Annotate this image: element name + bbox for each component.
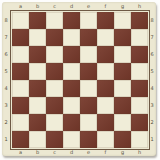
square-g2[interactable] (114, 114, 131, 131)
square-f6[interactable] (97, 46, 114, 63)
square-g4[interactable] (114, 80, 131, 97)
square-e5[interactable] (80, 63, 97, 80)
coord-label-file-g: g (114, 2, 131, 10)
coords-ranks-left: 87654321 (2, 12, 10, 148)
square-h2[interactable] (131, 114, 148, 131)
square-c7[interactable] (46, 29, 63, 46)
square-h1[interactable] (131, 131, 148, 148)
square-h5[interactable] (131, 63, 148, 80)
square-g5[interactable] (114, 63, 131, 80)
square-f5[interactable] (97, 63, 114, 80)
coord-label-file-a: a (12, 2, 29, 10)
square-b8[interactable] (29, 12, 46, 29)
square-c3[interactable] (46, 97, 63, 114)
square-b6[interactable] (29, 46, 46, 63)
coord-label-rank-6: 6 (2, 46, 10, 63)
square-a8[interactable] (12, 12, 29, 29)
square-g7[interactable] (114, 29, 131, 46)
square-b1[interactable] (29, 131, 46, 148)
square-a2[interactable] (12, 114, 29, 131)
coords-files-top: abcdefgh (12, 2, 148, 10)
coord-label-rank-8: 8 (2, 12, 10, 29)
square-e6[interactable] (80, 46, 97, 63)
square-a5[interactable] (12, 63, 29, 80)
square-b4[interactable] (29, 80, 46, 97)
coord-label-file-e: e (80, 2, 97, 10)
square-d4[interactable] (63, 80, 80, 97)
square-b2[interactable] (29, 114, 46, 131)
square-c8[interactable] (46, 12, 63, 29)
photo-background: abcdefgh abcdefgh 87654321 87654321 (0, 0, 160, 160)
coord-label-rank-5: 5 (2, 63, 10, 80)
square-h4[interactable] (131, 80, 148, 97)
square-c1[interactable] (46, 131, 63, 148)
square-f3[interactable] (97, 97, 114, 114)
square-h6[interactable] (131, 46, 148, 63)
square-f8[interactable] (97, 12, 114, 29)
square-a4[interactable] (12, 80, 29, 97)
square-d3[interactable] (63, 97, 80, 114)
square-g1[interactable] (114, 131, 131, 148)
coord-label-rank-3: 3 (2, 97, 10, 114)
coord-label-rank-4: 4 (2, 80, 10, 97)
square-e3[interactable] (80, 97, 97, 114)
square-d5[interactable] (63, 63, 80, 80)
square-f2[interactable] (97, 114, 114, 131)
square-c6[interactable] (46, 46, 63, 63)
square-g3[interactable] (114, 97, 131, 114)
coord-label-rank-2: 2 (2, 114, 10, 131)
square-b5[interactable] (29, 63, 46, 80)
square-g6[interactable] (114, 46, 131, 63)
square-h3[interactable] (131, 97, 148, 114)
coord-label-rank-7: 7 (2, 29, 10, 46)
square-c5[interactable] (46, 63, 63, 80)
square-e8[interactable] (80, 12, 97, 29)
square-a1[interactable] (12, 131, 29, 148)
square-a3[interactable] (12, 97, 29, 114)
square-a7[interactable] (12, 29, 29, 46)
square-e2[interactable] (80, 114, 97, 131)
square-d1[interactable] (63, 131, 80, 148)
coord-label-file-c: c (46, 2, 63, 10)
square-e7[interactable] (80, 29, 97, 46)
coord-label-rank-1: 1 (2, 131, 10, 148)
square-f1[interactable] (97, 131, 114, 148)
square-h7[interactable] (131, 29, 148, 46)
coord-label-file-b: b (29, 2, 46, 10)
square-g8[interactable] (114, 12, 131, 29)
square-d7[interactable] (63, 29, 80, 46)
square-c4[interactable] (46, 80, 63, 97)
square-b3[interactable] (29, 97, 46, 114)
square-d6[interactable] (63, 46, 80, 63)
coord-label-file-d: d (63, 2, 80, 10)
square-d2[interactable] (63, 114, 80, 131)
board-squares (12, 12, 148, 148)
coord-label-file-f: f (97, 2, 114, 10)
square-e1[interactable] (80, 131, 97, 148)
square-h8[interactable] (131, 12, 148, 29)
square-b7[interactable] (29, 29, 46, 46)
square-c2[interactable] (46, 114, 63, 131)
chessboard: abcdefgh abcdefgh 87654321 87654321 (2, 2, 156, 156)
square-f4[interactable] (97, 80, 114, 97)
square-a6[interactable] (12, 46, 29, 63)
square-e4[interactable] (80, 80, 97, 97)
coord-label-file-h: h (131, 2, 148, 10)
playing-area (10, 10, 150, 150)
square-f7[interactable] (97, 29, 114, 46)
square-d8[interactable] (63, 12, 80, 29)
